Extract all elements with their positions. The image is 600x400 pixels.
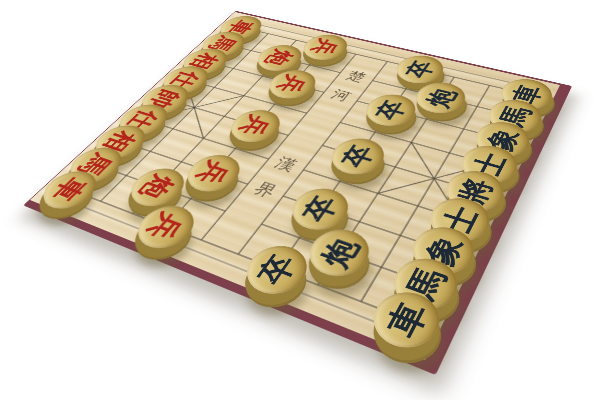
photo-stage: 楚 河 漢 界 車馬兵相炮仕卒兵帥仕炮車卒兵相馬馬象卒兵車炮士將卒兵士炮象卒馬車	[0, 0, 600, 400]
xiangqi-board: 楚 河 漢 界 車馬兵相炮仕卒兵帥仕炮車卒兵相馬馬象卒兵車炮士將卒兵士炮象卒馬車	[30, 12, 560, 360]
